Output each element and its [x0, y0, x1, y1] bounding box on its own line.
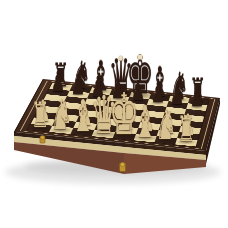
product-photo-stage: ♜♞♝♛♚♝♞♜♟♟♟♟♟♟♟♟♟♟♟♟♟♟♟♟♜♞♝♛♚♝♞♜: [0, 0, 228, 228]
square-c1: [70, 128, 94, 136]
brass-clasp-left: [40, 136, 45, 144]
brass-clasp-center: [120, 162, 126, 171]
square-f1: [134, 134, 157, 142]
square-g1: [155, 136, 178, 144]
square-e1: [113, 132, 136, 140]
square-d1: [92, 130, 116, 138]
square-h1: [175, 138, 197, 146]
